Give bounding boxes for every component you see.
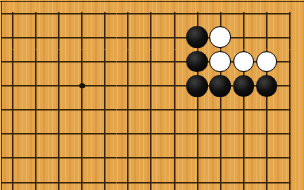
white-stone: [210, 27, 232, 49]
intersection[interactable]: [163, 25, 186, 49]
intersection[interactable]: [209, 25, 232, 49]
intersection[interactable]: [232, 170, 255, 190]
black-stone: [233, 75, 255, 97]
black-stone: [186, 75, 208, 97]
intersection[interactable]: [209, 50, 232, 74]
intersection[interactable]: [255, 98, 278, 122]
intersection[interactable]: [278, 122, 301, 146]
intersection[interactable]: [186, 25, 209, 49]
intersection[interactable]: [47, 50, 70, 74]
intersection[interactable]: [232, 98, 255, 122]
black-stone: [186, 51, 208, 73]
intersection[interactable]: [255, 122, 278, 146]
intersection[interactable]: [232, 146, 255, 170]
black-stone: [186, 27, 208, 49]
intersection[interactable]: [209, 74, 232, 98]
intersection[interactable]: [140, 146, 163, 170]
intersection[interactable]: [163, 50, 186, 74]
intersection[interactable]: [47, 146, 70, 170]
intersection[interactable]: [70, 25, 93, 49]
intersection[interactable]: [255, 146, 278, 170]
intersection[interactable]: [186, 1, 209, 25]
intersection[interactable]: [70, 170, 93, 190]
intersection[interactable]: [117, 50, 140, 74]
intersection[interactable]: [93, 170, 116, 190]
intersection[interactable]: [70, 98, 93, 122]
intersection[interactable]: [232, 74, 255, 98]
white-stone: [256, 51, 278, 73]
board-left-edge-line: [1, 1, 3, 190]
intersection[interactable]: [117, 122, 140, 146]
intersection[interactable]: [209, 146, 232, 170]
intersection[interactable]: [278, 1, 301, 25]
intersection[interactable]: [70, 122, 93, 146]
intersection[interactable]: [93, 1, 116, 25]
intersection[interactable]: [117, 98, 140, 122]
intersection[interactable]: [278, 25, 301, 49]
board-top-edge-line: [0, 1, 304, 3]
intersection[interactable]: [47, 170, 70, 190]
intersection[interactable]: [24, 74, 47, 98]
intersection[interactable]: [24, 25, 47, 49]
intersection[interactable]: [186, 74, 209, 98]
intersection[interactable]: [232, 25, 255, 49]
intersection[interactable]: [163, 98, 186, 122]
intersection[interactable]: [209, 170, 232, 190]
intersection[interactable]: [117, 1, 140, 25]
intersection[interactable]: [255, 1, 278, 25]
intersection[interactable]: [278, 146, 301, 170]
intersection[interactable]: [1, 74, 24, 98]
intersection[interactable]: [93, 98, 116, 122]
intersection[interactable]: [278, 170, 301, 190]
intersection[interactable]: [255, 74, 278, 98]
intersection[interactable]: [186, 146, 209, 170]
star-point: [79, 83, 85, 89]
intersection[interactable]: [24, 50, 47, 74]
intersection[interactable]: [24, 146, 47, 170]
intersection[interactable]: [255, 50, 278, 74]
intersection[interactable]: [47, 25, 70, 49]
intersection[interactable]: [209, 98, 232, 122]
intersection[interactable]: [278, 74, 301, 98]
intersection[interactable]: [232, 50, 255, 74]
intersection[interactable]: [47, 74, 70, 98]
intersection[interactable]: [140, 170, 163, 190]
go-grid: [1, 1, 301, 190]
intersection[interactable]: [140, 50, 163, 74]
intersection[interactable]: [278, 98, 301, 122]
white-stone: [233, 51, 255, 73]
intersection[interactable]: [47, 122, 70, 146]
intersection[interactable]: [140, 98, 163, 122]
intersection[interactable]: [93, 25, 116, 49]
intersection[interactable]: [140, 122, 163, 146]
intersection[interactable]: [117, 25, 140, 49]
intersection[interactable]: [1, 25, 24, 49]
intersection[interactable]: [93, 122, 116, 146]
intersection[interactable]: [163, 170, 186, 190]
intersection[interactable]: [140, 1, 163, 25]
intersection[interactable]: [117, 170, 140, 190]
intersection[interactable]: [1, 98, 24, 122]
black-stone: [256, 75, 278, 97]
intersection[interactable]: [117, 146, 140, 170]
intersection[interactable]: [163, 146, 186, 170]
intersection[interactable]: [186, 170, 209, 190]
intersection[interactable]: [1, 170, 24, 190]
intersection[interactable]: [255, 170, 278, 190]
intersection[interactable]: [24, 98, 47, 122]
intersection[interactable]: [1, 50, 24, 74]
intersection[interactable]: [70, 74, 93, 98]
intersection[interactable]: [93, 146, 116, 170]
intersection[interactable]: [47, 98, 70, 122]
intersection[interactable]: [278, 50, 301, 74]
intersection[interactable]: [140, 74, 163, 98]
intersection[interactable]: [47, 1, 70, 25]
intersection[interactable]: [186, 122, 209, 146]
intersection[interactable]: [1, 146, 24, 170]
intersection[interactable]: [209, 122, 232, 146]
intersection[interactable]: [232, 122, 255, 146]
go-board: [0, 0, 304, 190]
intersection[interactable]: [24, 122, 47, 146]
intersection[interactable]: [117, 74, 140, 98]
white-stone: [210, 51, 232, 73]
intersection[interactable]: [93, 50, 116, 74]
intersection[interactable]: [70, 1, 93, 25]
intersection[interactable]: [70, 50, 93, 74]
intersection[interactable]: [186, 98, 209, 122]
intersection[interactable]: [24, 1, 47, 25]
intersection[interactable]: [163, 74, 186, 98]
intersection[interactable]: [255, 25, 278, 49]
intersection[interactable]: [1, 1, 24, 25]
black-stone: [210, 75, 232, 97]
intersection[interactable]: [186, 50, 209, 74]
intersection[interactable]: [163, 1, 186, 25]
intersection[interactable]: [209, 1, 232, 25]
intersection[interactable]: [24, 170, 47, 190]
intersection[interactable]: [1, 122, 24, 146]
intersection[interactable]: [232, 1, 255, 25]
intersection[interactable]: [140, 25, 163, 49]
intersection[interactable]: [93, 74, 116, 98]
intersection[interactable]: [163, 122, 186, 146]
intersection[interactable]: [70, 146, 93, 170]
